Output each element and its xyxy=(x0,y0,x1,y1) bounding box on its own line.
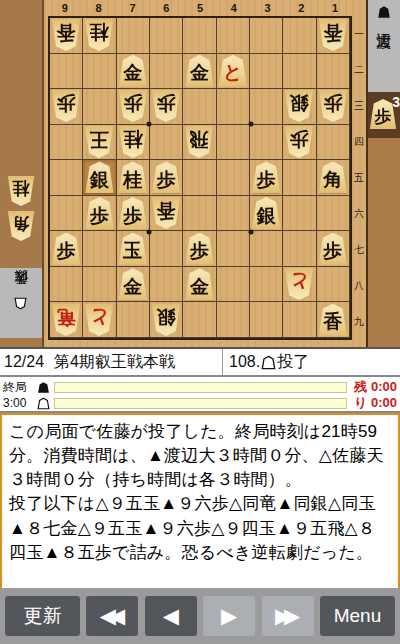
piece-と[interactable]: と xyxy=(84,304,114,336)
gote-piece-icon xyxy=(261,355,276,370)
board-cell[interactable] xyxy=(250,89,283,125)
piece-銀[interactable]: 銀 xyxy=(251,197,281,229)
board-cell[interactable]: 歩 xyxy=(317,231,350,267)
rank-label: 六 xyxy=(352,196,366,232)
board-cell[interactable]: 歩 xyxy=(50,231,83,267)
piece-玉[interactable]: 玉 xyxy=(118,233,148,265)
board-cell[interactable] xyxy=(283,54,316,90)
board-cell[interactable] xyxy=(183,89,216,125)
rank-label: 四 xyxy=(352,124,366,160)
rank-label: 一 xyxy=(352,16,366,52)
shogi-board: 987654321 香桂香金金と歩歩歩銀歩王桂飛歩銀桂歩歩角歩歩香銀歩玉歩歩金金… xyxy=(44,0,366,347)
move-label: 投了 xyxy=(277,352,309,373)
board-cell[interactable]: 玉 xyxy=(117,231,150,267)
file-label: 6 xyxy=(149,0,183,16)
board-cell[interactable] xyxy=(250,18,283,54)
piece-金[interactable]: 金 xyxy=(184,55,214,87)
file-label: 5 xyxy=(183,0,217,16)
board-cell[interactable] xyxy=(217,18,250,54)
piece-金[interactable]: 金 xyxy=(118,55,148,87)
board-cell[interactable] xyxy=(150,18,183,54)
board-cell[interactable]: 桂 xyxy=(117,160,150,196)
board-cell[interactable] xyxy=(217,89,250,125)
piece-桂[interactable]: 桂 xyxy=(118,126,148,158)
piece-歩[interactable]: 歩 xyxy=(151,90,181,122)
gote-hand-tray: 桂角 佐藤天 xyxy=(0,0,44,347)
piece-歩[interactable]: 歩 xyxy=(251,161,281,193)
gote-clock-label: 3:00 xyxy=(3,396,33,410)
board-cell[interactable]: 歩 xyxy=(150,160,183,196)
board-cell[interactable] xyxy=(317,196,350,232)
board-cell[interactable] xyxy=(83,54,116,90)
update-button[interactable]: 更新 xyxy=(5,596,80,636)
board-cell[interactable] xyxy=(283,196,316,232)
board-cell[interactable] xyxy=(250,54,283,90)
board-cell[interactable] xyxy=(83,267,116,303)
game-info: 12/24 第4期叡王戦本戦 xyxy=(0,349,223,375)
board-cell[interactable] xyxy=(183,302,216,338)
piece-歩[interactable]: 歩 xyxy=(151,161,181,193)
board-cell[interactable] xyxy=(217,160,250,196)
event-title: 第4期叡王戦本戦 xyxy=(54,352,175,373)
file-label: 8 xyxy=(82,0,116,16)
rewind-icon[interactable]: ◀◀ xyxy=(86,596,138,636)
board-cell[interactable] xyxy=(250,302,283,338)
hand-piece-count: 3 xyxy=(392,94,400,110)
board-cell[interactable]: 角 xyxy=(317,160,350,196)
piece-歩[interactable]: 歩 xyxy=(184,233,214,265)
move-info: 108. 投了 xyxy=(223,352,309,373)
star-point xyxy=(248,122,253,127)
rank-label: 二 xyxy=(352,52,366,88)
gote-piece-icon xyxy=(15,297,28,310)
board-cell[interactable]: 歩 xyxy=(183,231,216,267)
fast-forward-icon[interactable]: ▶▶ xyxy=(262,596,314,636)
piece-歩[interactable]: 歩 xyxy=(84,197,114,229)
board-cell[interactable] xyxy=(83,89,116,125)
board-cell[interactable] xyxy=(250,267,283,303)
board-cell[interactable]: 銀 xyxy=(283,89,316,125)
info-bar: 12/24 第4期叡王戦本戦 108. 投了 xyxy=(0,347,400,375)
board-cell[interactable] xyxy=(317,54,350,90)
sente-piece-icon xyxy=(377,5,391,19)
board-cell[interactable] xyxy=(217,125,250,161)
step-back-icon[interactable]: ◀ xyxy=(145,596,197,636)
board-cell[interactable]: と xyxy=(83,302,116,338)
board-cell[interactable]: 歩 xyxy=(317,89,350,125)
piece-金[interactable]: 金 xyxy=(184,268,214,300)
board-cell[interactable] xyxy=(50,160,83,196)
clock-panel: 終局 残 0:00 3:00 り 0:00 xyxy=(0,375,400,413)
board-cell[interactable] xyxy=(50,125,83,161)
board-cell[interactable]: 香 xyxy=(317,18,350,54)
piece-香[interactable]: 香 xyxy=(318,19,348,51)
board-cell[interactable]: 銀 xyxy=(250,196,283,232)
piece-銀[interactable]: 銀 xyxy=(151,304,181,336)
piece-歩[interactable]: 歩 xyxy=(51,90,81,122)
rank-label: 九 xyxy=(352,304,366,340)
board-cell[interactable]: 金 xyxy=(117,54,150,90)
piece-歩[interactable]: 歩 xyxy=(284,126,314,158)
shogi-app: 桂角 佐藤天 987654321 香桂香金金と歩歩歩銀歩王桂飛歩銀桂歩歩角歩歩香… xyxy=(0,0,400,644)
piece-香[interactable]: 香 xyxy=(151,197,181,229)
board-cell[interactable] xyxy=(217,267,250,303)
board-cell[interactable]: 桂 xyxy=(83,18,116,54)
board-cell[interactable]: 香 xyxy=(317,302,350,338)
board-cell[interactable]: 歩 xyxy=(117,89,150,125)
board-cell[interactable] xyxy=(283,231,316,267)
board-cell[interactable] xyxy=(217,302,250,338)
sente-piece-icon xyxy=(37,381,50,394)
gote-clock-row: 3:00 り 0:00 xyxy=(3,395,397,411)
piece-角[interactable]: 角 xyxy=(318,161,348,193)
board-cell[interactable]: 歩 xyxy=(50,89,83,125)
board-cell[interactable]: 香 xyxy=(50,18,83,54)
board-cell[interactable]: 竜 xyxy=(50,302,83,338)
board-cell[interactable] xyxy=(150,125,183,161)
board-cell[interactable]: 飛 xyxy=(183,125,216,161)
rank-label: 八 xyxy=(352,268,366,304)
board-cell[interactable] xyxy=(50,196,83,232)
board-cell[interactable]: 歩 xyxy=(250,160,283,196)
board-cell[interactable] xyxy=(217,196,250,232)
file-label: 1 xyxy=(318,0,352,16)
toolbar: 更新 ◀◀ ◀ ▶ ▶▶ Menu xyxy=(0,588,400,644)
board-cell[interactable]: 桂 xyxy=(117,125,150,161)
file-label: 7 xyxy=(116,0,150,16)
gote-time-bar xyxy=(54,398,347,409)
board-cell[interactable]: 金 xyxy=(183,54,216,90)
piece-銀[interactable]: 銀 xyxy=(284,90,314,122)
file-label: 4 xyxy=(217,0,251,16)
board-cell[interactable]: 歩 xyxy=(83,196,116,232)
piece-桂[interactable]: 桂 xyxy=(84,19,114,51)
piece-と[interactable]: と xyxy=(218,55,248,87)
board-cell[interactable] xyxy=(183,196,216,232)
board-cell[interactable] xyxy=(50,54,83,90)
board-cell[interactable] xyxy=(117,18,150,54)
piece-歩[interactable]: 歩 xyxy=(118,90,148,122)
board-cell[interactable] xyxy=(250,125,283,161)
rank-labels: 一二三四五六七八九 xyxy=(352,16,366,340)
piece-香[interactable]: 香 xyxy=(318,304,348,336)
piece-と[interactable]: と xyxy=(284,268,314,300)
board-cell[interactable] xyxy=(283,18,316,54)
gote-piece-icon xyxy=(37,397,50,410)
star-point xyxy=(147,122,152,127)
piece-香[interactable]: 香 xyxy=(51,19,81,51)
board-cell[interactable] xyxy=(50,267,83,303)
board-cell[interactable] xyxy=(283,302,316,338)
board-cell[interactable] xyxy=(217,231,250,267)
sente-player-tab[interactable]: 渡辺大 xyxy=(368,0,400,92)
move-number: 108. xyxy=(229,353,260,371)
board-cell[interactable]: 歩 xyxy=(283,125,316,161)
star-point xyxy=(248,230,253,235)
piece-桂[interactable]: 桂 xyxy=(118,161,148,193)
game-date: 12/24 xyxy=(4,353,44,371)
board-cell[interactable] xyxy=(183,18,216,54)
piece-竜[interactable]: 竜 xyxy=(51,304,81,336)
board-cell[interactable]: 歩 xyxy=(117,196,150,232)
gote-time-remaining: り 0:00 xyxy=(351,394,397,412)
file-labels: 987654321 xyxy=(48,0,352,16)
piece-歩[interactable]: 歩 xyxy=(118,197,148,229)
piece-歩[interactable]: 歩 xyxy=(51,233,81,265)
commentary-text[interactable]: この局面で佐藤が投了した。終局時刻は21時59分。消費時間は、▲渡辺大３時間０分… xyxy=(0,413,400,590)
board-cell[interactable] xyxy=(117,302,150,338)
piece-飛[interactable]: 飛 xyxy=(184,126,214,158)
piece-歩[interactable]: 歩 xyxy=(318,90,348,122)
board-cell[interactable]: 香 xyxy=(150,196,183,232)
rank-label: 三 xyxy=(352,88,366,124)
sente-time-bar xyxy=(54,382,347,393)
board-cell[interactable]: 銀 xyxy=(150,302,183,338)
step-forward-icon[interactable]: ▶ xyxy=(203,596,255,636)
board-cell[interactable] xyxy=(150,267,183,303)
board-cell[interactable] xyxy=(150,231,183,267)
piece-歩[interactable]: 歩 xyxy=(318,233,348,265)
gote-player-tab[interactable]: 佐藤天 xyxy=(0,268,42,338)
piece-角[interactable]: 角 xyxy=(7,211,35,241)
board-zone: 桂角 佐藤天 987654321 香桂香金金と歩歩歩銀歩王桂飛歩銀桂歩歩角歩歩香… xyxy=(0,0,400,347)
board-cell[interactable] xyxy=(317,267,350,303)
menu-button[interactable]: Menu xyxy=(320,596,395,636)
board-cell[interactable] xyxy=(283,160,316,196)
sente-hand-pieces: 歩3 xyxy=(368,92,400,138)
file-label: 2 xyxy=(284,0,318,16)
board-cell[interactable]: 銀 xyxy=(83,160,116,196)
piece-王[interactable]: 王 xyxy=(84,126,114,158)
sente-hand-tray: 渡辺大 歩3 xyxy=(366,0,400,347)
piece-金[interactable]: 金 xyxy=(118,268,148,300)
file-label: 9 xyxy=(48,0,82,16)
board-cell[interactable]: 金 xyxy=(183,267,216,303)
file-label: 3 xyxy=(251,0,285,16)
sente-clock-label: 終局 xyxy=(3,379,33,396)
board-cell[interactable] xyxy=(250,231,283,267)
board-cell[interactable] xyxy=(83,231,116,267)
rank-label: 七 xyxy=(352,232,366,268)
gote-hand-pieces: 桂角 xyxy=(7,176,35,241)
board-cell[interactable] xyxy=(183,160,216,196)
piece-銀[interactable]: 銀 xyxy=(84,161,114,193)
board-cell[interactable] xyxy=(150,54,183,90)
board-cell[interactable] xyxy=(317,125,350,161)
board-cell[interactable]: と xyxy=(217,54,250,90)
piece-桂[interactable]: 桂 xyxy=(7,176,35,206)
star-point xyxy=(147,230,152,235)
board-cell[interactable]: 金 xyxy=(117,267,150,303)
sente-clock-row: 終局 残 0:00 xyxy=(3,379,397,395)
board-cell[interactable]: 歩 xyxy=(150,89,183,125)
rank-label: 五 xyxy=(352,160,366,196)
board-cell[interactable]: 王 xyxy=(83,125,116,161)
board-cell[interactable]: と xyxy=(283,267,316,303)
board-grid-wrap: 香桂香金金と歩歩歩銀歩王桂飛歩銀桂歩歩角歩歩香銀歩玉歩歩金金と竜と銀香 xyxy=(48,16,352,340)
board-grid: 香桂香金金と歩歩歩銀歩王桂飛歩銀桂歩歩角歩歩香銀歩玉歩歩金金と竜と銀香 xyxy=(48,16,352,340)
